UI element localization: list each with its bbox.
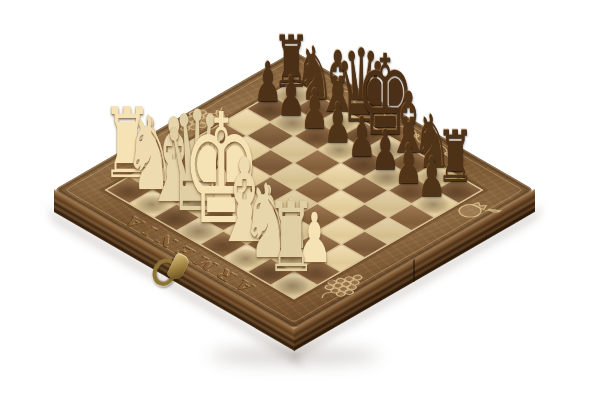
chess-board: ARMENIA [54,51,535,329]
piece-black-pawn: ♟ [418,150,447,205]
product-photo-scene: ARMENIA [0,0,600,400]
latch-plate-icon [166,252,191,282]
brass-latch [152,249,190,289]
square-h1: ♜ [272,272,316,298]
piece-white-rook: ♜ [266,190,316,287]
fold-seam [413,258,415,282]
